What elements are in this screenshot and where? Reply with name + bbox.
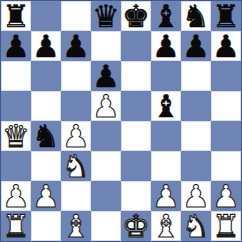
square-b8[interactable] [31,1,61,31]
black-pawn-piece[interactable]: ♟ [62,31,90,61]
square-g7[interactable]: ♟ [181,31,211,61]
square-e4[interactable] [121,121,151,151]
black-bishop-piece[interactable]: ♝ [152,91,180,121]
square-b4[interactable]: ♞ [31,121,61,151]
square-b1[interactable] [31,211,61,241]
black-rook-piece[interactable]: ♜ [2,1,30,31]
square-e5[interactable] [121,91,151,121]
white-pawn-piece[interactable]: ♟ [2,181,30,211]
square-f8[interactable]: ♝ [151,1,181,31]
square-a7[interactable]: ♟ [1,31,31,61]
square-f7[interactable]: ♟ [151,31,181,61]
square-h2[interactable]: ♟ [211,181,241,211]
square-d1[interactable] [91,211,121,241]
square-c4[interactable]: ♟ [61,121,91,151]
square-h8[interactable]: ♜ [211,1,241,31]
black-rook-piece[interactable]: ♜ [212,1,240,31]
square-h4[interactable] [211,121,241,151]
white-rook-piece[interactable]: ♜ [212,211,240,241]
square-f4[interactable] [151,121,181,151]
square-a5[interactable] [1,91,31,121]
square-d6[interactable]: ♟ [91,61,121,91]
square-d4[interactable] [91,121,121,151]
chess-board-wrapper: ♜♛♚♝♞♜♟♟♟♟♟♟♟♟♝♛♞♟♞♟♟♟♟♟♜♝♚♝♞♜ [0,0,242,242]
square-h5[interactable] [211,91,241,121]
square-f2[interactable]: ♟ [151,181,181,211]
white-bishop-piece[interactable]: ♝ [152,211,180,241]
white-pawn-piece[interactable]: ♟ [92,91,120,121]
black-pawn-piece[interactable]: ♟ [2,31,30,61]
square-d5[interactable]: ♟ [91,91,121,121]
white-knight-piece[interactable]: ♞ [62,151,90,181]
square-b2[interactable]: ♟ [31,181,61,211]
square-c6[interactable] [61,61,91,91]
square-g2[interactable]: ♟ [181,181,211,211]
square-g6[interactable] [181,61,211,91]
white-pawn-piece[interactable]: ♟ [182,181,210,211]
square-c3[interactable]: ♞ [61,151,91,181]
chess-board: ♜♛♚♝♞♜♟♟♟♟♟♟♟♟♝♛♞♟♞♟♟♟♟♟♜♝♚♝♞♜ [0,0,242,242]
square-a2[interactable]: ♟ [1,181,31,211]
white-bishop-piece[interactable]: ♝ [62,211,90,241]
square-e8[interactable]: ♚ [121,1,151,31]
black-knight-piece[interactable]: ♞ [182,1,210,31]
square-c1[interactable]: ♝ [61,211,91,241]
square-c8[interactable] [61,1,91,31]
square-e7[interactable] [121,31,151,61]
square-b5[interactable] [31,91,61,121]
square-g4[interactable] [181,121,211,151]
square-d8[interactable]: ♛ [91,1,121,31]
black-queen-piece[interactable]: ♛ [92,1,120,31]
square-c5[interactable] [61,91,91,121]
square-a3[interactable] [1,151,31,181]
square-g3[interactable] [181,151,211,181]
square-h7[interactable]: ♟ [211,31,241,61]
white-queen-piece[interactable]: ♛ [2,121,30,151]
black-pawn-piece[interactable]: ♟ [32,31,60,61]
black-knight-piece[interactable]: ♞ [32,121,60,151]
black-pawn-piece[interactable]: ♟ [152,31,180,61]
square-h6[interactable] [211,61,241,91]
square-d2[interactable] [91,181,121,211]
black-king-piece[interactable]: ♚ [122,1,150,31]
square-d3[interactable] [91,151,121,181]
square-a4[interactable]: ♛ [1,121,31,151]
white-king-piece[interactable]: ♚ [122,211,150,241]
white-pawn-piece[interactable]: ♟ [152,181,180,211]
square-f6[interactable] [151,61,181,91]
square-b6[interactable] [31,61,61,91]
square-f5[interactable]: ♝ [151,91,181,121]
square-b3[interactable] [31,151,61,181]
square-a6[interactable] [1,61,31,91]
square-c2[interactable] [61,181,91,211]
black-pawn-piece[interactable]: ♟ [182,31,210,61]
square-d7[interactable] [91,31,121,61]
black-pawn-piece[interactable]: ♟ [212,31,240,61]
square-e6[interactable] [121,61,151,91]
square-h1[interactable]: ♜ [211,211,241,241]
white-pawn-piece[interactable]: ♟ [32,181,60,211]
square-e2[interactable] [121,181,151,211]
black-bishop-piece[interactable]: ♝ [152,1,180,31]
square-g8[interactable]: ♞ [181,1,211,31]
square-b7[interactable]: ♟ [31,31,61,61]
square-a8[interactable]: ♜ [1,1,31,31]
square-e3[interactable] [121,151,151,181]
square-h3[interactable] [211,151,241,181]
black-pawn-piece[interactable]: ♟ [92,61,120,91]
square-g5[interactable] [181,91,211,121]
white-pawn-piece[interactable]: ♟ [62,121,90,151]
white-rook-piece[interactable]: ♜ [2,211,30,241]
square-g1[interactable]: ♞ [181,211,211,241]
square-e1[interactable]: ♚ [121,211,151,241]
square-f3[interactable] [151,151,181,181]
square-a1[interactable]: ♜ [1,211,31,241]
square-f1[interactable]: ♝ [151,211,181,241]
square-c7[interactable]: ♟ [61,31,91,61]
white-knight-piece[interactable]: ♞ [182,211,210,241]
white-pawn-piece[interactable]: ♟ [212,181,240,211]
